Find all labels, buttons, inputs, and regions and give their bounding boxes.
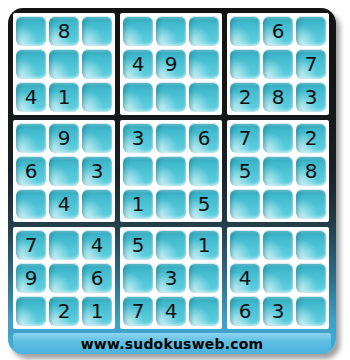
- cell-r1c3[interactable]: [82, 16, 112, 46]
- cell-r9c2[interactable]: 2: [49, 296, 79, 326]
- cell-r9c3[interactable]: 1: [82, 296, 112, 326]
- cell-r9c5[interactable]: 4: [156, 296, 186, 326]
- sudoku-frame: 841496728396343615725874962151374463 www…: [8, 8, 336, 354]
- cell-r1c2[interactable]: 8: [49, 16, 79, 46]
- cell-r3c2[interactable]: 1: [49, 82, 79, 112]
- cell-r3c1[interactable]: 4: [16, 82, 46, 112]
- cell-r6c8[interactable]: [263, 189, 293, 219]
- cell-r8c5[interactable]: 3: [156, 263, 186, 293]
- box-3-1: 749621: [13, 227, 115, 329]
- cell-r9c7[interactable]: 6: [230, 296, 260, 326]
- cell-r4c7[interactable]: 7: [230, 123, 260, 153]
- cell-r2c1[interactable]: [16, 49, 46, 79]
- box-3-3: 463: [227, 227, 329, 329]
- cell-r6c7[interactable]: [230, 189, 260, 219]
- cell-r4c2[interactable]: 9: [49, 123, 79, 153]
- cell-r4c4[interactable]: 3: [123, 123, 153, 153]
- cell-r4c3[interactable]: [82, 123, 112, 153]
- cell-r2c9[interactable]: 7: [296, 49, 326, 79]
- cell-r6c3[interactable]: [82, 189, 112, 219]
- cell-r7c7[interactable]: [230, 230, 260, 260]
- cell-r4c5[interactable]: [156, 123, 186, 153]
- cell-r4c8[interactable]: [263, 123, 293, 153]
- cell-r4c9[interactable]: 2: [296, 123, 326, 153]
- cell-r3c5[interactable]: [156, 82, 186, 112]
- cell-r5c2[interactable]: [49, 156, 79, 186]
- box-2-2: 3615: [120, 120, 222, 222]
- cell-r1c6[interactable]: [189, 16, 219, 46]
- cell-r5c3[interactable]: 3: [82, 156, 112, 186]
- cell-r8c6[interactable]: [189, 263, 219, 293]
- cell-r1c4[interactable]: [123, 16, 153, 46]
- cell-r8c1[interactable]: 9: [16, 263, 46, 293]
- cell-r3c6[interactable]: [189, 82, 219, 112]
- cell-r6c2[interactable]: 4: [49, 189, 79, 219]
- cell-r2c6[interactable]: [189, 49, 219, 79]
- box-3-2: 51374: [120, 227, 222, 329]
- cell-r2c2[interactable]: [49, 49, 79, 79]
- cell-r8c8[interactable]: [263, 263, 293, 293]
- cell-r5c1[interactable]: 6: [16, 156, 46, 186]
- cell-r6c1[interactable]: [16, 189, 46, 219]
- cell-r1c9[interactable]: [296, 16, 326, 46]
- cell-r7c3[interactable]: 4: [82, 230, 112, 260]
- cell-r2c7[interactable]: [230, 49, 260, 79]
- cell-r9c4[interactable]: 7: [123, 296, 153, 326]
- cell-r7c2[interactable]: [49, 230, 79, 260]
- cell-r6c5[interactable]: [156, 189, 186, 219]
- cell-r2c5[interactable]: 9: [156, 49, 186, 79]
- cell-r9c1[interactable]: [16, 296, 46, 326]
- cell-r2c4[interactable]: 4: [123, 49, 153, 79]
- box-1-2: 49: [120, 13, 222, 115]
- box-1-3: 67283: [227, 13, 329, 115]
- cell-r5c8[interactable]: [263, 156, 293, 186]
- sudokusweb-link[interactable]: www.sudokusweb.com: [13, 333, 331, 354]
- cell-r9c9[interactable]: [296, 296, 326, 326]
- cell-r3c9[interactable]: 3: [296, 82, 326, 112]
- box-2-3: 7258: [227, 120, 329, 222]
- cell-r8c2[interactable]: [49, 263, 79, 293]
- cell-r5c7[interactable]: 5: [230, 156, 260, 186]
- cell-r1c8[interactable]: 6: [263, 16, 293, 46]
- cell-r8c7[interactable]: 4: [230, 263, 260, 293]
- cell-r7c5[interactable]: [156, 230, 186, 260]
- cell-r8c9[interactable]: [296, 263, 326, 293]
- cell-r3c4[interactable]: [123, 82, 153, 112]
- cell-r9c8[interactable]: 3: [263, 296, 293, 326]
- sudoku-board: 841496728396343615725874962151374463: [13, 13, 329, 329]
- cell-r3c7[interactable]: 2: [230, 82, 260, 112]
- cell-r1c7[interactable]: [230, 16, 260, 46]
- cell-r6c6[interactable]: 5: [189, 189, 219, 219]
- cell-r8c4[interactable]: [123, 263, 153, 293]
- box-2-1: 9634: [13, 120, 115, 222]
- cell-r7c1[interactable]: 7: [16, 230, 46, 260]
- cell-r6c9[interactable]: [296, 189, 326, 219]
- cell-r2c8[interactable]: [263, 49, 293, 79]
- cell-r1c5[interactable]: [156, 16, 186, 46]
- cell-r5c9[interactable]: 8: [296, 156, 326, 186]
- cell-r8c3[interactable]: 6: [82, 263, 112, 293]
- cell-r2c3[interactable]: [82, 49, 112, 79]
- cell-r6c4[interactable]: 1: [123, 189, 153, 219]
- cell-r1c1[interactable]: [16, 16, 46, 46]
- cell-r4c6[interactable]: 6: [189, 123, 219, 153]
- cell-r5c5[interactable]: [156, 156, 186, 186]
- cell-r5c4[interactable]: [123, 156, 153, 186]
- cell-r3c3[interactable]: [82, 82, 112, 112]
- box-1-1: 841: [13, 13, 115, 115]
- cell-r7c4[interactable]: 5: [123, 230, 153, 260]
- cell-r7c6[interactable]: 1: [189, 230, 219, 260]
- cell-r7c8[interactable]: [263, 230, 293, 260]
- cell-r7c9[interactable]: [296, 230, 326, 260]
- cell-r4c1[interactable]: [16, 123, 46, 153]
- cell-r9c6[interactable]: [189, 296, 219, 326]
- cell-r5c6[interactable]: [189, 156, 219, 186]
- cell-r3c8[interactable]: 8: [263, 82, 293, 112]
